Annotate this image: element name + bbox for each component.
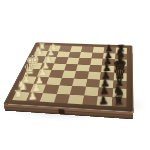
square-r7c7[interactable]: ♜ — [111, 97, 126, 107]
board-grid: ♜♟♟♜♞♟♟♞♝♟♟♝♚♟♟♚♛♟♟♛♝♟♟♝♞♟♟♞♜♟♟♜ — [12, 45, 127, 107]
front-hinge — [59, 109, 65, 114]
piece-white-pawn[interactable]: ♟ — [27, 90, 37, 101]
square-r7c4[interactable] — [68, 94, 84, 104]
square-r3c4[interactable] — [76, 64, 90, 71]
square-r5c5[interactable] — [85, 79, 100, 88]
square-r7c6[interactable]: ♟ — [97, 96, 112, 106]
square-r7c5[interactable] — [82, 95, 98, 105]
piece-black-pawn[interactable]: ♟ — [98, 94, 109, 106]
product-photo: ♜♟♟♜♞♟♟♞♝♟♟♝♚♟♟♚♛♟♟♛♝♟♟♝♞♟♟♞♜♟♟♜ — [0, 0, 150, 150]
chess-board: ♜♟♟♜♞♟♟♞♝♟♟♝♚♟♟♚♛♟♟♛♝♟♟♝♞♟♟♞♜♟♟♜ — [3, 42, 133, 112]
piece-black-rook[interactable]: ♜ — [112, 94, 124, 107]
piece-white-rook[interactable]: ♜ — [13, 88, 24, 100]
board-right-side — [132, 45, 134, 119]
